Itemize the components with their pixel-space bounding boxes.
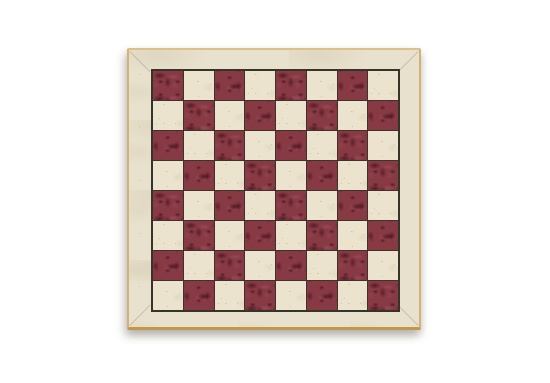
- square-r7c1: [153, 251, 183, 280]
- square-r3c5: [276, 131, 306, 160]
- product-photo-canvas: [0, 0, 550, 383]
- square-r3c1: [153, 131, 183, 160]
- square-r5c3: [215, 191, 245, 220]
- frame-miter-top-right: [397, 51, 418, 72]
- square-r2c3: [215, 101, 245, 130]
- square-r7c5: [276, 251, 306, 280]
- square-r8c3: [215, 281, 245, 310]
- square-r3c8: [368, 131, 398, 160]
- square-r5c1: [153, 191, 183, 220]
- square-r4c2: [184, 161, 214, 190]
- square-r8c6: [307, 281, 337, 310]
- square-r7c4: [245, 251, 275, 280]
- square-r4c8: [368, 161, 398, 190]
- square-r2c1: [153, 101, 183, 130]
- square-r5c5: [276, 191, 306, 220]
- square-r8c7: [338, 281, 368, 310]
- square-r1c5: [276, 71, 306, 100]
- square-r3c2: [184, 131, 214, 160]
- square-r6c1: [153, 221, 183, 250]
- square-r5c8: [368, 191, 398, 220]
- square-r8c2: [184, 281, 214, 310]
- square-r4c3: [215, 161, 245, 190]
- chessboard: [127, 48, 421, 330]
- frame-miter-top-left: [129, 51, 150, 72]
- square-r5c7: [338, 191, 368, 220]
- square-r7c7: [338, 251, 368, 280]
- board-playing-area: [151, 69, 400, 312]
- square-r2c6: [307, 101, 337, 130]
- square-r7c3: [215, 251, 245, 280]
- square-r4c4: [245, 161, 275, 190]
- square-r8c5: [276, 281, 306, 310]
- square-r1c1: [153, 71, 183, 100]
- square-r4c7: [338, 161, 368, 190]
- square-r1c6: [307, 71, 337, 100]
- square-r3c3: [215, 131, 245, 160]
- square-r7c8: [368, 251, 398, 280]
- square-r1c4: [245, 71, 275, 100]
- square-r4c5: [276, 161, 306, 190]
- square-r2c2: [184, 101, 214, 130]
- square-r4c6: [307, 161, 337, 190]
- square-r3c7: [338, 131, 368, 160]
- square-r5c6: [307, 191, 337, 220]
- square-r1c7: [338, 71, 368, 100]
- square-r4c1: [153, 161, 183, 190]
- square-r2c5: [276, 101, 306, 130]
- square-r3c4: [245, 131, 275, 160]
- square-r6c3: [215, 221, 245, 250]
- square-r2c4: [245, 101, 275, 130]
- square-r8c4: [245, 281, 275, 310]
- square-r1c8: [368, 71, 398, 100]
- square-r2c7: [338, 101, 368, 130]
- square-r2c8: [368, 101, 398, 130]
- square-r8c8: [368, 281, 398, 310]
- square-r7c6: [307, 251, 337, 280]
- square-r3c6: [307, 131, 337, 160]
- square-r6c6: [307, 221, 337, 250]
- frame-miter-bottom-right: [397, 305, 418, 326]
- square-r6c8: [368, 221, 398, 250]
- square-r6c4: [245, 221, 275, 250]
- frame-miter-bottom-left: [129, 305, 150, 326]
- square-r6c2: [184, 221, 214, 250]
- square-r7c2: [184, 251, 214, 280]
- square-r1c2: [184, 71, 214, 100]
- square-r6c7: [338, 221, 368, 250]
- square-r1c3: [215, 71, 245, 100]
- square-r8c1: [153, 281, 183, 310]
- square-r5c4: [245, 191, 275, 220]
- square-r6c5: [276, 221, 306, 250]
- square-r5c2: [184, 191, 214, 220]
